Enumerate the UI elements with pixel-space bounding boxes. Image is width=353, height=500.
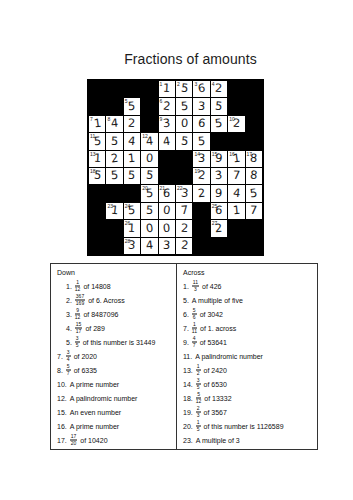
- cell-digit: 5: [215, 118, 224, 130]
- grid-cell[interactable]: 11: [159, 81, 175, 97]
- grid-cell[interactable]: 0: [159, 220, 175, 236]
- grid-cell[interactable]: 5: [193, 133, 209, 149]
- fraction: 23: [196, 405, 201, 417]
- cell-digit: 5: [145, 170, 153, 182]
- grid-cell[interactable]: 4: [159, 133, 175, 149]
- cell-clue-number: 1: [160, 81, 163, 87]
- clue-item: 5.35of this number is 31449: [66, 335, 173, 349]
- clue-item: 11.A palindromic number: [183, 349, 314, 363]
- grid-cell[interactable]: 3: [211, 168, 227, 184]
- cell-digit: 5: [180, 101, 188, 113]
- down-clues-list: 1.112of 148082.367169of 6. Across3.912of…: [57, 279, 173, 447]
- cell-digit: 4: [110, 118, 118, 130]
- fraction: 113: [192, 279, 199, 291]
- grid-cell[interactable]: 0: [141, 220, 157, 236]
- grid-cell[interactable]: 143: [193, 151, 209, 167]
- grid-cell[interactable]: 192: [193, 168, 209, 184]
- black-cell: [89, 185, 105, 201]
- clue-item: 5.A multiple of five: [183, 293, 314, 307]
- clue-item: 17.1720of 10420: [57, 433, 173, 447]
- black-cell: [106, 185, 122, 201]
- clue-number: 14.: [183, 381, 193, 388]
- clue-item: 19.23of 3567: [183, 405, 314, 419]
- black-cell: [141, 81, 157, 97]
- black-cell: [89, 81, 105, 97]
- grid-cell[interactable]: 25: [176, 81, 192, 97]
- clue-number: 17.: [57, 437, 67, 444]
- clue-item: 7.111of 1. across: [183, 321, 314, 335]
- fraction: 35: [75, 335, 80, 347]
- grid-cell[interactable]: 223: [176, 185, 192, 201]
- clue-text: A palindromic number: [70, 395, 138, 402]
- grid-cell[interactable]: 71: [89, 116, 105, 132]
- cell-digit: 3: [163, 240, 171, 252]
- cell-digit: 3: [198, 101, 206, 113]
- grid-cell[interactable]: 124: [141, 133, 157, 149]
- clue-text: of 8487096: [83, 311, 118, 318]
- fraction-denominator: 5: [197, 384, 200, 390]
- clue-text: An even number: [70, 409, 121, 416]
- black-cell: [246, 220, 262, 236]
- black-cell: [89, 238, 105, 254]
- fraction: 912: [75, 307, 81, 319]
- grid-cell[interactable]: 5: [106, 133, 122, 149]
- grid-cell[interactable]: 2: [193, 185, 209, 201]
- fraction: 47: [192, 335, 197, 347]
- across-clues-list: 1.113of 4265.A multiple of five6.56of 30…: [183, 279, 314, 447]
- cell-clue-number: 2: [177, 81, 180, 87]
- cell-digit: 2: [180, 240, 188, 252]
- grid-cell[interactable]: 42: [211, 81, 227, 97]
- clue-item: 12.A palindromic number: [57, 391, 173, 405]
- black-cell: [89, 203, 105, 219]
- down-header: Down: [57, 267, 173, 279]
- cell-digit: 4: [128, 135, 136, 147]
- black-cell: [193, 238, 209, 254]
- black-cell: [141, 98, 157, 114]
- fraction: 111: [192, 321, 197, 333]
- cell-digit: 0: [145, 153, 153, 165]
- grid-cell[interactable]: 1: [228, 203, 244, 219]
- clue-number: 6.: [183, 311, 189, 318]
- cell-digit: 1: [128, 153, 136, 165]
- down-clues-column: Down 1.112of 148082.367169of 6. Across3.…: [51, 264, 177, 449]
- cell-digit: 3: [128, 240, 136, 252]
- cell-digit: 1: [93, 153, 101, 165]
- fraction: 512: [196, 391, 202, 403]
- grid-cell[interactable]: 3: [193, 98, 209, 114]
- clue-text: A multiple of five: [192, 297, 243, 304]
- clue-text: of 1. across: [200, 325, 236, 332]
- clue-item: 1.113of 426: [183, 279, 314, 293]
- black-cell: [193, 203, 209, 219]
- grid-cell[interactable]: 8: [246, 168, 262, 184]
- clue-text: of 6. Across: [88, 297, 125, 304]
- clue-number: 10.: [57, 381, 67, 388]
- grid-cell[interactable]: 5: [211, 116, 227, 132]
- cell-digit: 3: [215, 170, 223, 182]
- fraction-denominator: 3: [197, 412, 200, 418]
- grid-cell[interactable]: 283: [124, 238, 140, 254]
- grid-cell[interactable]: 7: [246, 203, 262, 219]
- grid-cell[interactable]: 62: [159, 98, 175, 114]
- grid-cell[interactable]: 2: [176, 220, 192, 236]
- fraction: 112: [75, 279, 81, 291]
- fraction-denominator: 11: [192, 328, 197, 334]
- clue-number: 1.: [66, 283, 72, 290]
- clue-number: 15.: [57, 409, 67, 416]
- grid-cell[interactable]: 5: [246, 185, 262, 201]
- cell-digit: 2: [215, 222, 223, 234]
- grid-cell[interactable]: 245: [124, 203, 140, 219]
- clue-number: 19.: [183, 409, 193, 416]
- page: { "page": { "title": "Fractions of amoun…: [0, 0, 353, 500]
- black-cell: [106, 98, 122, 114]
- grid-cell[interactable]: 2: [106, 151, 122, 167]
- clue-item: 15.An even number: [57, 405, 173, 419]
- cell-digit: 3: [180, 187, 188, 199]
- black-cell: [141, 116, 157, 132]
- grid-cell[interactable]: 4: [141, 238, 157, 254]
- cell-digit: 5: [111, 135, 119, 147]
- cell-digit: 5: [128, 205, 136, 217]
- clue-text: A prime number: [70, 423, 119, 430]
- grid-cell[interactable]: 7: [176, 203, 192, 219]
- cell-digit: 1: [128, 222, 136, 234]
- grid-cell[interactable]: 4: [124, 133, 140, 149]
- grid-cell[interactable]: 115: [89, 133, 105, 149]
- cell-digit: 6: [197, 118, 205, 130]
- puzzle-title: Fractions of amounts: [28, 51, 353, 67]
- black-cell: [246, 81, 262, 97]
- fraction-denominator: 12: [196, 398, 202, 404]
- clue-item: 6.56of 3042: [183, 307, 314, 321]
- cell-digit: 4: [162, 135, 171, 147]
- grid-cell[interactable]: 0: [159, 203, 175, 219]
- cell-digit: 0: [163, 205, 171, 217]
- grid-cell[interactable]: 205: [141, 185, 157, 201]
- grid-cell[interactable]: 231: [106, 203, 122, 219]
- black-cell: [246, 98, 262, 114]
- fraction-denominator: 2: [197, 370, 200, 376]
- grid-cell[interactable]: 272: [211, 220, 227, 236]
- cell-digit: 5: [197, 135, 205, 147]
- cell-digit: 8: [250, 170, 258, 182]
- grid-cell[interactable]: 131: [89, 151, 105, 167]
- grid-cell[interactable]: 2: [124, 116, 140, 132]
- crossword-grid: 1125364255625357184293065102115541244551…: [87, 79, 264, 256]
- cell-digit: 7: [232, 170, 240, 182]
- grid-cell[interactable]: 3: [159, 238, 175, 254]
- clue-item: 8.57of 6335: [57, 363, 173, 377]
- fraction-denominator: 4: [67, 356, 70, 362]
- fraction: 15: [196, 419, 201, 431]
- cell-digit: 2: [197, 188, 205, 200]
- fraction-denominator: 20: [71, 440, 77, 446]
- black-cell: [159, 151, 175, 167]
- cell-digit: 3: [198, 153, 206, 165]
- black-cell: [124, 81, 140, 97]
- grid-cell[interactable]: 102: [228, 116, 244, 132]
- clue-text: of 13332: [204, 395, 231, 402]
- cell-digit: 2: [180, 222, 188, 234]
- cell-digit: 7: [180, 205, 188, 217]
- clue-text: of 6335: [74, 367, 97, 374]
- clue-text: of this number is 31449: [83, 339, 156, 346]
- grid-cell[interactable]: 9: [211, 185, 227, 201]
- grid-cell[interactable]: 5: [211, 98, 227, 114]
- clue-number: 7.: [57, 353, 63, 360]
- fraction: 12: [196, 363, 201, 375]
- clue-item: 16.A prime number: [57, 419, 173, 433]
- clue-item: 10.A prime number: [57, 377, 173, 391]
- cell-digit: 4: [145, 240, 153, 252]
- clue-number: 9.: [183, 339, 189, 346]
- clue-item: 18.512of 13332: [183, 391, 314, 405]
- cell-digit: 2: [128, 118, 136, 130]
- grid-cell[interactable]: 36: [193, 81, 209, 97]
- clue-item: 3.912of 8487096: [66, 307, 173, 321]
- cell-digit: 5: [93, 170, 101, 182]
- grid-cell[interactable]: 55: [124, 98, 140, 114]
- black-cell: [211, 133, 227, 149]
- fraction-denominator: 12: [75, 314, 81, 320]
- clue-item: 23.A multiple of 3: [183, 433, 314, 447]
- cell-digit: 1: [232, 153, 241, 165]
- black-cell: [176, 168, 192, 184]
- clue-item: 9.47of 53641: [183, 335, 314, 349]
- grid-cell[interactable]: 0: [176, 116, 192, 132]
- clue-text: of this number is 1126589: [204, 423, 284, 430]
- black-cell: [246, 116, 262, 132]
- clue-number: 11.: [183, 353, 192, 360]
- grid-cell[interactable]: 178: [246, 151, 262, 167]
- clue-text: A multiple of 3: [196, 437, 240, 444]
- fraction-denominator: 169: [76, 300, 84, 306]
- cell-digit: 1: [93, 118, 102, 130]
- black-cell: [228, 133, 244, 149]
- grid-cell[interactable]: 4: [228, 185, 244, 201]
- cell-digit: 7: [250, 205, 258, 217]
- black-cell: [228, 81, 244, 97]
- black-cell: [89, 220, 105, 236]
- black-cell: [176, 151, 192, 167]
- clue-text: of 426: [202, 283, 221, 290]
- clue-item: 2.367169of 6. Across: [66, 293, 173, 307]
- cell-digit: 5: [180, 83, 188, 95]
- fraction-denominator: 17: [76, 328, 82, 334]
- cell-digit: 2: [163, 100, 171, 112]
- fraction-denominator: 7: [193, 342, 196, 348]
- cell-digit: 5: [215, 100, 223, 112]
- black-cell: [106, 81, 122, 97]
- black-cell: [159, 168, 175, 184]
- cell-digit: 1: [232, 205, 240, 217]
- cell-digit: 5: [128, 101, 136, 113]
- clue-number: 5.: [183, 297, 189, 304]
- grid-cell[interactable]: 5: [106, 168, 122, 184]
- fraction-denominator: 6: [193, 314, 196, 320]
- black-cell: [228, 98, 244, 114]
- black-cell: [246, 133, 262, 149]
- clue-text: of 53641: [200, 339, 227, 346]
- cell-digit: 5: [93, 135, 101, 147]
- cell-digit: 5: [180, 135, 188, 147]
- cell-digit: 4: [145, 135, 153, 147]
- clue-text: of 14808: [83, 283, 110, 290]
- cell-digit: 9: [215, 153, 223, 165]
- grid-cell[interactable]: 161: [228, 151, 244, 167]
- clue-text: A prime number: [70, 381, 119, 388]
- black-cell: [228, 220, 244, 236]
- clue-item: 7.34of 2020: [57, 349, 173, 363]
- cell-digit: 0: [163, 222, 171, 234]
- clue-number: 18.: [183, 395, 193, 402]
- clue-number: 4.: [66, 325, 72, 332]
- grid-cell[interactable]: 0: [141, 151, 157, 167]
- grid-cell[interactable]: 256: [211, 203, 227, 219]
- clue-number: 23.: [183, 437, 193, 444]
- clue-number: 5.: [66, 339, 72, 346]
- fraction-denominator: 3: [194, 286, 197, 292]
- fraction: 35: [196, 377, 201, 389]
- cell-digit: 8: [250, 153, 258, 165]
- clue-number: 8.: [57, 367, 63, 374]
- fraction-denominator: 7: [67, 370, 70, 376]
- grid-cell[interactable]: 185: [89, 168, 105, 184]
- clue-text: of 289: [85, 325, 104, 332]
- clue-item: 20.15of this number is 1126589: [183, 419, 314, 433]
- cell-digit: 2: [232, 118, 240, 130]
- fraction: 57: [66, 363, 71, 375]
- fraction-denominator: 5: [76, 342, 79, 348]
- grid-cell[interactable]: 159: [211, 151, 227, 167]
- clue-text: of 2420: [204, 367, 227, 374]
- fraction-denominator: 12: [75, 286, 81, 292]
- cell-digit: 4: [232, 187, 240, 199]
- fraction: 1517: [75, 321, 83, 333]
- cell-digit: 5: [145, 188, 153, 200]
- cell-digit: 2: [215, 83, 223, 95]
- clue-number: 20.: [183, 423, 193, 430]
- cell-digit: 9: [215, 188, 223, 200]
- cell-digit: 2: [110, 153, 119, 165]
- grid-cell[interactable]: 5: [176, 133, 192, 149]
- clues-table: Down 1.112of 148082.367169of 6. Across3.…: [50, 263, 318, 450]
- across-clues-column: Across 1.113of 4265.A multiple of five6.…: [177, 264, 317, 449]
- cell-digit: 2: [197, 170, 205, 182]
- clue-item: 14.35of 6530: [183, 377, 314, 391]
- cell-digit: 5: [249, 187, 258, 199]
- grid-cell[interactable]: 5: [176, 98, 192, 114]
- fraction: 56: [192, 307, 197, 319]
- clue-text: of 10420: [80, 437, 107, 444]
- clue-item: 13.12of 2420: [183, 363, 314, 377]
- cell-digit: 1: [110, 205, 118, 217]
- clue-text: of 2020: [74, 353, 97, 360]
- clue-text: of 3567: [204, 409, 227, 416]
- clue-number: 1.: [183, 283, 189, 290]
- grid-cell[interactable]: 1: [124, 151, 140, 167]
- grid-cell[interactable]: 6: [193, 116, 209, 132]
- black-cell: [124, 185, 140, 201]
- grid-cell[interactable]: 2: [176, 238, 192, 254]
- cell-clue-number: 6: [160, 98, 163, 104]
- fraction: 367169: [75, 293, 85, 305]
- grid-cell[interactable]: 5: [141, 203, 157, 219]
- fraction: 1720: [70, 433, 78, 445]
- clue-number: 12.: [57, 395, 67, 402]
- clue-text: A palindromic number: [195, 353, 263, 360]
- black-cell: [211, 238, 227, 254]
- clue-number: 2.: [66, 297, 72, 304]
- grid-cell[interactable]: 216: [159, 185, 175, 201]
- grid-cell[interactable]: 93: [159, 116, 175, 132]
- grid-cell[interactable]: 5: [124, 168, 140, 184]
- fraction: 34: [66, 349, 71, 361]
- black-cell: [89, 98, 105, 114]
- fraction-denominator: 5: [197, 426, 200, 432]
- black-cell: [246, 238, 262, 254]
- black-cell: [106, 238, 122, 254]
- clue-number: 7.: [183, 325, 189, 332]
- clue-item: 4.1517of 289: [66, 321, 173, 335]
- cell-digit: 5: [145, 205, 153, 217]
- cell-digit: 3: [163, 118, 171, 130]
- grid-cell[interactable]: 7: [228, 168, 244, 184]
- cell-digit: 6: [215, 205, 223, 217]
- grid-cell[interactable]: 261: [124, 220, 140, 236]
- black-cell: [228, 238, 244, 254]
- cell-digit: 5: [110, 170, 118, 182]
- cell-digit: 6: [197, 83, 206, 95]
- cell-digit: 5: [128, 170, 136, 182]
- cell-digit: 0: [180, 118, 188, 130]
- cell-digit: 1: [163, 83, 171, 95]
- clue-text: of 3042: [200, 311, 223, 318]
- clue-text: of 6530: [204, 381, 227, 388]
- black-cell: [106, 220, 122, 236]
- clue-number: 3.: [66, 311, 72, 318]
- clue-number: 16.: [57, 423, 67, 430]
- grid-cell[interactable]: 84: [106, 116, 122, 132]
- across-header: Across: [183, 267, 314, 279]
- grid-cell[interactable]: 5: [141, 168, 157, 184]
- clue-number: 13.: [183, 367, 193, 374]
- cell-digit: 0: [145, 222, 154, 234]
- black-cell: [193, 220, 209, 236]
- clue-item: 1.112of 14808: [66, 279, 173, 293]
- cell-digit: 6: [163, 188, 171, 200]
